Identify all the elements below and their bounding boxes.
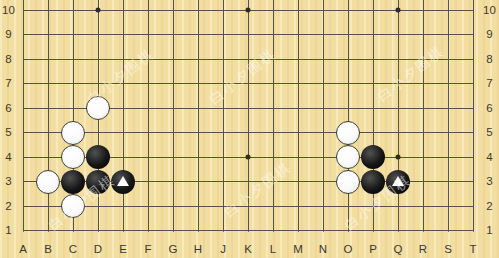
board-intersection[interactable] — [411, 145, 436, 170]
column-label: E — [111, 242, 136, 256]
board-intersection[interactable] — [336, 72, 361, 97]
board-intersection[interactable] — [211, 219, 236, 244]
board-intersection[interactable] — [161, 194, 186, 219]
black-stone[interactable] — [111, 170, 135, 194]
board-intersection[interactable] — [211, 47, 236, 72]
board-intersection[interactable] — [61, 0, 86, 23]
board-intersection[interactable] — [411, 170, 436, 195]
board-intersection[interactable] — [61, 23, 86, 48]
board-intersection[interactable] — [186, 96, 211, 121]
white-stone[interactable] — [336, 121, 360, 145]
board-intersection[interactable] — [436, 72, 461, 97]
board-intersection[interactable] — [136, 219, 161, 244]
row-label: 7 — [481, 75, 498, 91]
board-intersection[interactable] — [111, 170, 136, 195]
board-intersection[interactable] — [311, 47, 336, 72]
board-intersection[interactable] — [236, 72, 261, 97]
row-label: 4 — [0, 149, 17, 165]
row-label: 6 — [481, 100, 498, 116]
board-intersection[interactable] — [161, 0, 186, 23]
board-intersection[interactable] — [161, 23, 186, 48]
board-intersection[interactable] — [36, 219, 61, 244]
board-intersection[interactable] — [111, 96, 136, 121]
board-intersection[interactable] — [311, 194, 336, 219]
board-intersection[interactable] — [336, 170, 361, 195]
board-intersection[interactable] — [86, 145, 111, 170]
board-intersection[interactable] — [386, 219, 411, 244]
board-intersection[interactable] — [436, 194, 461, 219]
board-intersection[interactable] — [386, 121, 411, 146]
board-intersection[interactable] — [286, 0, 311, 23]
board-intersection[interactable] — [361, 96, 386, 121]
triangle-marker-icon — [392, 176, 404, 186]
board-intersection[interactable] — [336, 96, 361, 121]
board-intersection[interactable] — [186, 121, 211, 146]
board-intersection[interactable] — [286, 145, 311, 170]
board-intersection[interactable] — [161, 47, 186, 72]
white-stone[interactable] — [36, 170, 60, 194]
board-intersection[interactable] — [436, 170, 461, 195]
board-intersection[interactable] — [236, 96, 261, 121]
row-label: 2 — [481, 198, 498, 214]
board-intersection[interactable] — [161, 145, 186, 170]
board-intersection[interactable] — [411, 96, 436, 121]
board-intersection[interactable] — [311, 23, 336, 48]
board-intersection[interactable] — [211, 0, 236, 23]
star-point — [246, 8, 251, 13]
column-label: P — [361, 242, 386, 256]
board-intersection[interactable] — [286, 194, 311, 219]
row-label: 1 — [481, 222, 498, 238]
board-intersection[interactable] — [211, 96, 236, 121]
board-intersection[interactable] — [236, 23, 261, 48]
board-intersection[interactable] — [361, 72, 386, 97]
white-stone[interactable] — [86, 96, 110, 120]
white-stone[interactable] — [336, 145, 360, 169]
board-intersection[interactable] — [436, 47, 461, 72]
board-intersection[interactable] — [211, 170, 236, 195]
column-label: H — [186, 242, 211, 256]
column-label: B — [36, 242, 61, 256]
board-intersection[interactable] — [86, 47, 111, 72]
row-label: 4 — [481, 149, 498, 165]
board-intersection[interactable] — [436, 145, 461, 170]
board-intersection[interactable] — [411, 47, 436, 72]
board-intersection[interactable] — [236, 121, 261, 146]
board-intersection[interactable] — [186, 23, 211, 48]
board-intersection[interactable] — [111, 121, 136, 146]
board-intersection[interactable] — [361, 0, 386, 23]
column-label: O — [336, 242, 361, 256]
row-label: 1 — [0, 222, 17, 238]
board-intersection[interactable] — [411, 23, 436, 48]
board-intersection[interactable] — [161, 219, 186, 244]
board-intersection[interactable] — [361, 145, 386, 170]
column-label: K — [236, 242, 261, 256]
board-intersection[interactable] — [286, 170, 311, 195]
white-stone[interactable] — [61, 194, 85, 218]
row-label: 5 — [0, 124, 17, 140]
star-point — [96, 8, 101, 13]
board-intersection[interactable] — [336, 219, 361, 244]
board-intersection[interactable] — [136, 96, 161, 121]
board-intersection[interactable] — [136, 0, 161, 23]
board-intersection[interactable] — [186, 0, 211, 23]
board-intersection[interactable] — [186, 219, 211, 244]
board-intersection[interactable] — [261, 0, 286, 23]
white-stone[interactable] — [336, 170, 360, 194]
board-intersection[interactable] — [386, 47, 411, 72]
row-label: 9 — [481, 26, 498, 42]
column-label: J — [211, 242, 236, 256]
black-stone[interactable] — [86, 170, 110, 194]
board-intersection[interactable] — [336, 194, 361, 219]
board-intersection[interactable] — [36, 96, 61, 121]
board-intersection[interactable] — [261, 72, 286, 97]
board-intersection[interactable] — [111, 72, 136, 97]
board-intersection[interactable] — [86, 72, 111, 97]
star-point — [396, 155, 401, 160]
board-intersection[interactable] — [261, 23, 286, 48]
board-intersection[interactable] — [311, 170, 336, 195]
board-intersection[interactable] — [286, 219, 311, 244]
column-label: A — [11, 242, 36, 256]
column-labels: ABCDEFGHJKLMNOPQRST — [11, 242, 486, 256]
board-intersection[interactable] — [236, 194, 261, 219]
board-intersection[interactable] — [61, 170, 86, 195]
board-intersection[interactable] — [86, 219, 111, 244]
board-intersection[interactable] — [136, 47, 161, 72]
board-intersection[interactable] — [161, 121, 186, 146]
board-intersection[interactable] — [136, 145, 161, 170]
board-intersection[interactable] — [286, 72, 311, 97]
board-intersection[interactable] — [336, 47, 361, 72]
board-intersection[interactable] — [36, 170, 61, 195]
board-intersection[interactable] — [261, 47, 286, 72]
column-label: Q — [386, 242, 411, 256]
board-intersection[interactable] — [311, 0, 336, 23]
board-intersection[interactable] — [261, 194, 286, 219]
board-intersection[interactable] — [411, 194, 436, 219]
board-intersection[interactable] — [36, 23, 61, 48]
board-intersection[interactable] — [161, 72, 186, 97]
board-intersection[interactable] — [61, 96, 86, 121]
board-intersection[interactable] — [361, 219, 386, 244]
column-label: S — [436, 242, 461, 256]
column-label: G — [161, 242, 186, 256]
column-label: M — [286, 242, 311, 256]
board-intersection[interactable] — [436, 0, 461, 23]
board-intersection[interactable] — [436, 96, 461, 121]
board-intersection[interactable] — [61, 121, 86, 146]
board-intersection[interactable] — [36, 0, 61, 23]
column-label: R — [411, 242, 436, 256]
row-label: 2 — [0, 198, 17, 214]
board-intersection[interactable] — [411, 0, 436, 23]
board-intersection[interactable] — [86, 121, 111, 146]
board-intersection[interactable] — [61, 72, 86, 97]
board-intersection[interactable] — [186, 194, 211, 219]
board-intersection[interactable] — [136, 121, 161, 146]
row-label: 6 — [0, 100, 17, 116]
go-board-diagram: ABCDEFGHJKLMNOPQRST 10987654321 10987654… — [0, 0, 499, 258]
board-intersection[interactable] — [86, 0, 111, 23]
board-intersection[interactable] — [336, 145, 361, 170]
board-intersection[interactable] — [261, 96, 286, 121]
board-intersection[interactable] — [261, 170, 286, 195]
board-intersection[interactable] — [111, 145, 136, 170]
board-intersection[interactable] — [386, 96, 411, 121]
board-intersection[interactable] — [111, 219, 136, 244]
board-intersection[interactable] — [186, 145, 211, 170]
board-intersection[interactable] — [211, 72, 236, 97]
board-intersection[interactable] — [211, 23, 236, 48]
board-intersection[interactable] — [111, 194, 136, 219]
board-intersection[interactable] — [211, 145, 236, 170]
board-intersection[interactable] — [386, 170, 411, 195]
board-intersection[interactable] — [386, 72, 411, 97]
star-point — [246, 155, 251, 160]
board-intersection[interactable] — [411, 72, 436, 97]
board-intersection[interactable] — [36, 72, 61, 97]
board-grid — [11, 0, 486, 243]
board-intersection[interactable] — [211, 194, 236, 219]
board-intersection[interactable] — [436, 219, 461, 244]
board-intersection[interactable] — [386, 194, 411, 219]
board-intersection[interactable] — [186, 170, 211, 195]
black-stone[interactable] — [386, 170, 410, 194]
column-label: L — [261, 242, 286, 256]
board-intersection[interactable] — [236, 47, 261, 72]
board-intersection[interactable] — [286, 121, 311, 146]
board-intersection[interactable] — [236, 0, 261, 23]
board-intersection[interactable] — [311, 219, 336, 244]
board-intersection[interactable] — [36, 194, 61, 219]
row-label: 5 — [481, 124, 498, 140]
triangle-marker-icon — [117, 176, 129, 186]
board-intersection[interactable] — [311, 96, 336, 121]
board-intersection[interactable] — [361, 23, 386, 48]
black-stone[interactable] — [86, 145, 110, 169]
board-intersection[interactable] — [111, 23, 136, 48]
board-intersection[interactable] — [436, 23, 461, 48]
board-intersection[interactable] — [186, 47, 211, 72]
board-intersection[interactable] — [36, 145, 61, 170]
board-intersection[interactable] — [161, 170, 186, 195]
board-intersection[interactable] — [361, 47, 386, 72]
board-intersection[interactable] — [61, 219, 86, 244]
board-intersection[interactable] — [236, 219, 261, 244]
board-intersection[interactable] — [286, 47, 311, 72]
board-intersection[interactable] — [136, 23, 161, 48]
board-intersection[interactable] — [336, 121, 361, 146]
board-intersection[interactable] — [386, 0, 411, 23]
white-stone[interactable] — [61, 145, 85, 169]
column-label: C — [61, 242, 86, 256]
board-intersection[interactable] — [236, 145, 261, 170]
board-intersection[interactable] — [61, 194, 86, 219]
column-label: D — [86, 242, 111, 256]
board-intersection[interactable] — [311, 121, 336, 146]
board-intersection[interactable] — [236, 170, 261, 195]
row-label: 9 — [0, 26, 17, 42]
board-intersection[interactable] — [111, 47, 136, 72]
board-intersection[interactable] — [136, 170, 161, 195]
board-intersection[interactable] — [161, 96, 186, 121]
board-intersection[interactable] — [286, 96, 311, 121]
board-intersection[interactable] — [261, 145, 286, 170]
board-intersection[interactable] — [361, 194, 386, 219]
row-label: 3 — [0, 173, 17, 189]
column-label: N — [311, 242, 336, 256]
board-intersection[interactable] — [86, 170, 111, 195]
board-intersection[interactable] — [411, 219, 436, 244]
board-intersection[interactable] — [86, 194, 111, 219]
column-label: T — [461, 242, 486, 256]
board-intersection[interactable] — [136, 194, 161, 219]
board-intersection[interactable] — [386, 145, 411, 170]
column-label: F — [136, 242, 161, 256]
row-label: 10 — [0, 2, 17, 18]
star-point — [396, 8, 401, 13]
board-intersection[interactable] — [111, 0, 136, 23]
board-intersection[interactable] — [86, 23, 111, 48]
board-intersection[interactable] — [386, 23, 411, 48]
board-intersection[interactable] — [411, 121, 436, 146]
board-intersection[interactable] — [336, 0, 361, 23]
board-intersection[interactable] — [361, 170, 386, 195]
board-intersection[interactable] — [61, 145, 86, 170]
row-label: 8 — [0, 51, 17, 67]
white-stone[interactable] — [61, 121, 85, 145]
board-intersection[interactable] — [336, 23, 361, 48]
board-intersection[interactable] — [286, 23, 311, 48]
board-intersection[interactable] — [311, 145, 336, 170]
board-intersection[interactable] — [261, 121, 286, 146]
black-stone[interactable] — [361, 170, 385, 194]
board-intersection[interactable] — [86, 96, 111, 121]
black-stone[interactable] — [61, 170, 85, 194]
row-label: 7 — [0, 75, 17, 91]
row-label: 8 — [481, 51, 498, 67]
board-intersection[interactable] — [36, 47, 61, 72]
board-intersection[interactable] — [311, 72, 336, 97]
board-intersection[interactable] — [61, 47, 86, 72]
board-intersection[interactable] — [261, 219, 286, 244]
black-stone[interactable] — [361, 145, 385, 169]
row-label: 10 — [481, 2, 498, 18]
board-intersection[interactable] — [211, 121, 236, 146]
board-intersection[interactable] — [36, 121, 61, 146]
board-intersection[interactable] — [361, 121, 386, 146]
board-intersection[interactable] — [436, 121, 461, 146]
row-label: 3 — [481, 173, 498, 189]
board-intersection[interactable] — [186, 72, 211, 97]
board-intersection[interactable] — [136, 72, 161, 97]
